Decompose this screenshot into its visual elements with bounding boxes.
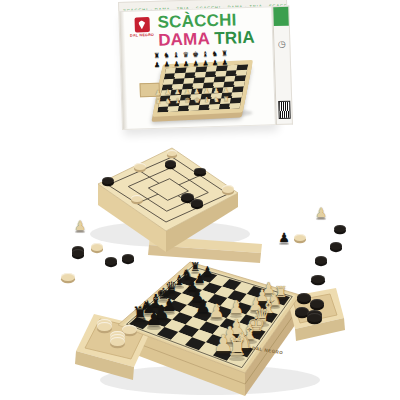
box-front-face: DAL NEGRO SCÀCCHI DAMA TRIA ♜♞♝♛♚♝♞♜ ♟♟♟… — [118, 6, 276, 130]
product-box: SCACCHI · DAMA · TRIA · SCACCHI · DAMA ·… — [118, 0, 293, 130]
spine-green-tab — [273, 7, 289, 26]
box-faces: DAL NEGRO SCÀCCHI DAMA TRIA ♜♞♝♛♚♝♞♜ ♟♟♟… — [118, 6, 293, 130]
box-left-edge — [119, 12, 128, 129]
brand-logo: DAL NEGRO — [128, 17, 155, 38]
dal-negro-shield-icon — [134, 17, 149, 32]
title-tria: TRIA — [214, 28, 255, 48]
barcode — [278, 101, 291, 119]
brand-name: DAL NEGRO — [129, 33, 155, 38]
title-dama: DAMA — [158, 29, 210, 50]
box-title: SCÀCCHI DAMA TRIA — [157, 11, 255, 50]
product-photo-scene: ♜♟♞♟♝♟♛♟♜♚♟♟♞♝♟♟♟♞♟♝♟♟♜♛♟♚♟♝♟♞♟♜♟♟♟ DAL … — [0, 0, 400, 400]
box-art-chess-set: ♜♞♝♛♚♝♞♜ ♟♟♟♟♟♟♟♟ ♟♟♟♟♟♟♟♟ ♜♞♝♛♚♝♞♜ — [147, 52, 261, 125]
age-badge-icon: ◷ — [274, 39, 289, 49]
